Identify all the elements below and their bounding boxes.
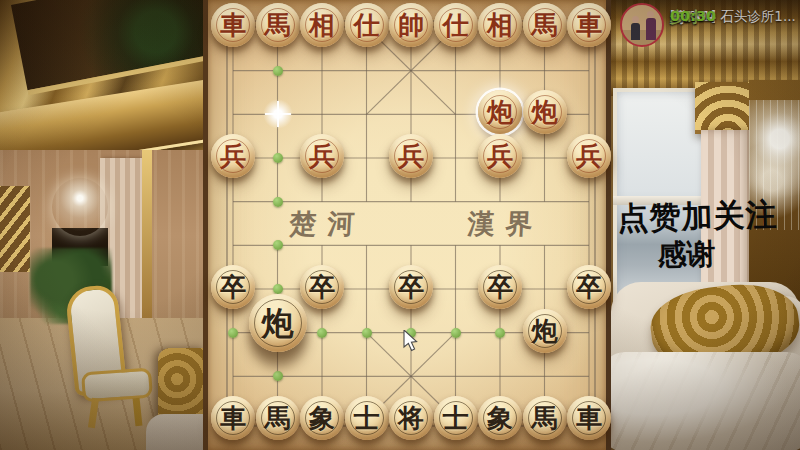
- piece-red-advisor[interactable]: 仕: [434, 3, 478, 47]
- move-hint-dot[interactable]: [273, 240, 283, 250]
- piece-black-advisor[interactable]: 士: [345, 396, 389, 440]
- piece-character: 相: [487, 12, 513, 38]
- piece-character: 象: [487, 405, 513, 431]
- piece-red-cannon[interactable]: 炮: [478, 90, 522, 134]
- piece-character: 炮: [487, 99, 513, 125]
- piece-red-cannon[interactable]: 炮: [523, 90, 567, 134]
- piece-black-soldier[interactable]: 卒: [389, 265, 433, 309]
- piece-black-elephant[interactable]: 象: [300, 396, 344, 440]
- piece-black-horse[interactable]: 馬: [523, 396, 567, 440]
- piece-red-soldier[interactable]: 兵: [211, 134, 255, 178]
- piece-character: 象: [309, 405, 335, 431]
- sofa-corner: [146, 414, 203, 450]
- piece-character: 車: [576, 12, 602, 38]
- piece-character: 仕: [354, 12, 380, 38]
- piece-red-horse[interactable]: 馬: [523, 3, 567, 47]
- piece-character: 車: [220, 12, 246, 38]
- piece-red-chariot[interactable]: 車: [567, 3, 611, 47]
- piece-red-chariot[interactable]: 車: [211, 3, 255, 47]
- promo-line2: 感谢: [602, 233, 771, 277]
- move-hint-dot[interactable]: [451, 328, 461, 338]
- piece-character: 馬: [532, 12, 558, 38]
- mouse-cursor: [403, 330, 419, 352]
- avatar-person: [646, 18, 656, 40]
- piece-black-elephant[interactable]: 象: [478, 396, 522, 440]
- piece-character: 車: [576, 405, 602, 431]
- piece-black-chariot[interactable]: 車: [211, 396, 255, 440]
- piece-red-soldier[interactable]: 兵: [478, 134, 522, 178]
- move-hint-dot[interactable]: [273, 153, 283, 163]
- piece-character: 卒: [576, 274, 602, 300]
- column-gold-capital: [695, 82, 761, 134]
- piece-character: 仕: [443, 12, 469, 38]
- armchair-leg: [88, 398, 99, 429]
- piece-red-general[interactable]: 帥: [389, 3, 433, 47]
- piece-character: 士: [443, 405, 469, 431]
- piece-black-cannon[interactable]: 炮: [249, 294, 307, 352]
- piece-character: 馬: [265, 12, 291, 38]
- piece-character: 兵: [220, 143, 246, 169]
- sofa-backrest: [611, 282, 800, 378]
- move-hint-dot[interactable]: [273, 284, 283, 294]
- move-hint-dot[interactable]: [273, 66, 283, 76]
- piece-character: 兵: [487, 143, 513, 169]
- avatar-person-head: [632, 16, 639, 23]
- piece-black-general[interactable]: 将: [389, 396, 433, 440]
- marble-floor: [0, 318, 203, 450]
- piece-red-elephant[interactable]: 相: [300, 3, 344, 47]
- piece-character: 相: [309, 12, 335, 38]
- gold-ceiling: [0, 0, 203, 170]
- last-move-from-marker: [263, 99, 293, 129]
- piece-red-horse[interactable]: 馬: [256, 3, 300, 47]
- piece-character: 卒: [398, 274, 424, 300]
- piece-black-cannon[interactable]: 炮: [523, 309, 567, 353]
- fireplace-opening: [52, 228, 108, 266]
- gold-brocade-pillow-left: [158, 348, 203, 450]
- gold-stair-railing: [0, 186, 30, 272]
- streamer-avatar[interactable]: [620, 3, 664, 47]
- avatar-person: [631, 23, 640, 40]
- piece-black-chariot[interactable]: 車: [567, 396, 611, 440]
- river-label-han-jie: 漢界: [429, 206, 571, 240]
- sofa-seat: [611, 352, 800, 450]
- piece-red-soldier[interactable]: 兵: [389, 134, 433, 178]
- piece-character: 卒: [309, 274, 335, 300]
- stream-info-overlay: [业9-1] 石头诊所1... 局时 15:04 步时 00:30: [620, 3, 800, 51]
- move-hint-dot[interactable]: [317, 328, 327, 338]
- piece-character: 士: [354, 405, 380, 431]
- piece-character: 卒: [487, 274, 513, 300]
- xiangqi-board[interactable]: 楚河 漢界 車馬相仕帥仕相馬車炮炮兵兵兵兵兵卒卒卒卒卒炮炮車馬象士将士象馬車: [203, 0, 611, 450]
- piece-character: 車: [220, 405, 246, 431]
- gold-brocade-pillow-right: [647, 277, 800, 376]
- piece-red-elephant[interactable]: 相: [478, 3, 522, 47]
- promo-caption: 点赞加关注 感谢: [613, 198, 783, 277]
- piece-black-soldier[interactable]: 卒: [300, 265, 344, 309]
- gold-trim: [142, 150, 152, 330]
- move-time-value: 00:30: [670, 8, 716, 24]
- marble-wall: [0, 150, 203, 340]
- piece-character: 将: [398, 405, 424, 431]
- piece-character: 兵: [576, 143, 602, 169]
- promo-line1: 点赞加关注: [613, 198, 782, 235]
- move-hint-dot[interactable]: [228, 328, 238, 338]
- piece-black-soldier[interactable]: 卒: [211, 265, 255, 309]
- armchair-leg: [133, 398, 143, 427]
- background-left-room: [0, 0, 203, 450]
- piece-character: 馬: [265, 405, 291, 431]
- piece-character: 馬: [532, 405, 558, 431]
- piece-character: 炮: [262, 307, 294, 339]
- piece-character: 帥: [398, 12, 424, 38]
- gold-beam: [0, 79, 203, 175]
- move-hint-dot[interactable]: [362, 328, 372, 338]
- move-hint-dot[interactable]: [273, 197, 283, 207]
- piece-character: 炮: [532, 318, 558, 344]
- piece-black-advisor[interactable]: 士: [434, 396, 478, 440]
- piece-character: 兵: [309, 143, 335, 169]
- piece-character: 炮: [532, 99, 558, 125]
- piece-character: 兵: [398, 143, 424, 169]
- piece-red-soldier[interactable]: 兵: [567, 134, 611, 178]
- move-hint-dot[interactable]: [273, 371, 283, 381]
- move-hint-dot[interactable]: [495, 328, 505, 338]
- piece-character: 卒: [220, 274, 246, 300]
- marble-pillar: [100, 158, 142, 323]
- ceiling-mirror-panel: [11, 0, 203, 95]
- river-label-chu-he: 楚河: [251, 206, 393, 240]
- potted-plant: [30, 248, 112, 324]
- armchair-seat: [81, 368, 153, 403]
- armchair-back: [64, 284, 127, 397]
- piece-red-soldier[interactable]: 兵: [300, 134, 344, 178]
- piece-black-horse[interactable]: 馬: [256, 396, 300, 440]
- stream-video-frame: 楚河 漢界 車馬相仕帥仕相馬車炮炮兵兵兵兵兵卒卒卒卒卒炮炮車馬象士将士象馬車 […: [0, 0, 800, 450]
- ornate-armchair: [64, 286, 156, 426]
- piece-black-soldier[interactable]: 卒: [478, 265, 522, 309]
- crystal-chandelier-left: [52, 178, 108, 236]
- sofa-cushion: [731, 296, 800, 446]
- piece-red-advisor[interactable]: 仕: [345, 3, 389, 47]
- avatar-person-head: [647, 11, 654, 18]
